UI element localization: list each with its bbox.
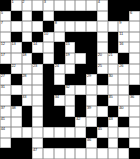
cell-r8c6[interactable] xyxy=(54,74,65,85)
cell-r5c4[interactable]: 14 xyxy=(32,42,43,53)
clue-number: 39 xyxy=(87,106,91,111)
cell-r9c9[interactable] xyxy=(86,85,97,96)
cell-r6c3[interactable]: 18 xyxy=(22,53,33,64)
cell-r15c8[interactable] xyxy=(75,148,86,159)
cell-r7c6[interactable]: 24 xyxy=(54,64,65,75)
block-cell-r12c7 xyxy=(65,117,76,128)
cell-r4c3[interactable] xyxy=(22,32,33,43)
block-cell-r12c6 xyxy=(54,117,65,128)
cell-r11c13[interactable] xyxy=(129,106,140,117)
cell-r15c11[interactable] xyxy=(108,148,119,159)
clue-number: 37 xyxy=(1,106,5,111)
block-cell-r4c8 xyxy=(75,32,86,43)
cell-r7c7[interactable] xyxy=(65,64,76,75)
cell-r3c8[interactable] xyxy=(75,21,86,32)
cell-r8c12[interactable] xyxy=(118,74,129,85)
block-cell-r1c1 xyxy=(0,0,11,11)
block-cell-r10c8 xyxy=(75,95,86,106)
cell-r13c1[interactable]: 44 xyxy=(0,127,11,138)
cell-r10c4[interactable] xyxy=(32,95,43,106)
cell-r4c5[interactable]: 10 xyxy=(43,32,54,43)
cell-r7c13[interactable] xyxy=(129,64,140,75)
clue-number: 45 xyxy=(98,127,102,132)
cell-r10c3[interactable]: 33 xyxy=(22,95,33,106)
clue-number: 29 xyxy=(87,74,91,79)
cell-r9c10[interactable] xyxy=(97,85,108,96)
cell-r15c9[interactable] xyxy=(86,148,97,159)
clue-number: 17 xyxy=(1,53,5,58)
block-cell-r8c10 xyxy=(97,74,108,85)
cell-r13c6[interactable] xyxy=(54,127,65,138)
cell-r13c13[interactable] xyxy=(129,127,140,138)
cell-r15c7[interactable] xyxy=(65,148,76,159)
cell-r13c2[interactable] xyxy=(11,127,22,138)
block-cell-r7c8 xyxy=(75,64,86,75)
cell-r14c1[interactable] xyxy=(0,138,11,149)
clue-number: 15 xyxy=(65,42,69,47)
cell-r12c4[interactable] xyxy=(32,117,43,128)
clue-number: 38 xyxy=(12,106,16,111)
cell-r11c9[interactable]: 39 xyxy=(86,106,97,117)
clue-number: 5 xyxy=(1,11,3,16)
cell-r1c2[interactable]: 1 xyxy=(11,0,22,11)
cell-r6c8[interactable] xyxy=(75,53,86,64)
cell-r13c11[interactable] xyxy=(108,127,119,138)
cell-r13c5[interactable] xyxy=(43,127,54,138)
cell-r1c9[interactable] xyxy=(86,0,97,11)
block-cell-r11c8 xyxy=(75,106,86,117)
cell-r1c7[interactable] xyxy=(65,0,76,11)
cell-r9c4[interactable] xyxy=(32,85,43,96)
clue-number: 28 xyxy=(22,74,26,79)
block-cell-r6c9 xyxy=(86,53,97,64)
cell-r7c2[interactable]: 22 xyxy=(11,64,22,75)
cell-r5c13[interactable] xyxy=(129,42,140,53)
block-cell-r8c2 xyxy=(11,74,22,85)
clue-number: 34 xyxy=(55,95,59,100)
clue-number: 6 xyxy=(130,11,132,16)
clue-number: 3 xyxy=(44,0,46,5)
block-cell-r6c4 xyxy=(32,53,43,64)
cell-r6c2[interactable] xyxy=(11,53,22,64)
cell-r6c13[interactable] xyxy=(129,53,140,64)
cell-r3c11[interactable] xyxy=(108,21,119,32)
cell-r4c13[interactable] xyxy=(129,32,140,43)
cell-r1c6[interactable] xyxy=(54,0,65,11)
cell-r8c3[interactable]: 28 xyxy=(22,74,33,85)
cell-r15c4[interactable]: 47 xyxy=(32,148,43,159)
cell-r12c8[interactable]: 42 xyxy=(75,117,86,128)
block-cell-r5c6 xyxy=(54,42,65,53)
block-cell-r2c4 xyxy=(32,11,43,22)
cell-r2c5[interactable] xyxy=(43,11,54,22)
block-cell-r14c12 xyxy=(118,138,129,149)
clue-number: 47 xyxy=(33,148,37,153)
clue-number: 46 xyxy=(87,138,91,143)
block-cell-r11c5 xyxy=(43,106,54,117)
block-cell-r10c10 xyxy=(97,95,108,106)
cell-r3c13[interactable] xyxy=(129,21,140,32)
clue-number: 43 xyxy=(108,117,112,122)
clue-number: 22 xyxy=(12,64,16,69)
block-cell-r2c7 xyxy=(65,11,76,22)
cell-r7c4[interactable]: 23 xyxy=(32,64,43,75)
cell-r14c13[interactable] xyxy=(129,138,140,149)
block-cell-r6c6 xyxy=(54,53,65,64)
cell-r13c3[interactable] xyxy=(22,127,33,138)
clue-number: 31 xyxy=(1,85,5,90)
cell-r1c3[interactable]: 2 xyxy=(22,0,33,11)
clue-number: 36 xyxy=(130,95,134,100)
cell-r6c5[interactable] xyxy=(43,53,54,64)
cell-r7c12[interactable]: 26 xyxy=(118,64,129,75)
cell-r2c13[interactable]: 6 xyxy=(129,11,140,22)
cell-r12c11[interactable]: 43 xyxy=(108,117,119,128)
clue-number: 13 xyxy=(12,42,16,47)
clue-number: 12 xyxy=(1,42,5,47)
block-cell-r8c5 xyxy=(43,74,54,85)
block-cell-r15c1 xyxy=(0,148,11,159)
cell-r8c13[interactable] xyxy=(129,74,140,85)
cell-r3c3[interactable] xyxy=(22,21,33,32)
cell-r8c4[interactable] xyxy=(32,74,43,85)
clue-number: 24 xyxy=(55,64,59,69)
block-cell-r15c2 xyxy=(11,148,22,159)
cell-r11c7[interactable] xyxy=(65,106,76,117)
block-cell-r6c12 xyxy=(118,53,129,64)
block-cell-r14c3 xyxy=(22,138,33,149)
clue-number: 42 xyxy=(76,117,80,122)
clue-number: 18 xyxy=(22,53,26,58)
clue-number: 23 xyxy=(33,64,37,69)
cell-r3c7[interactable] xyxy=(65,21,76,32)
cell-r1c8[interactable] xyxy=(75,0,86,11)
block-cell-r2c11 xyxy=(108,11,119,22)
cell-r8c9[interactable]: 29 xyxy=(86,74,97,85)
block-cell-r11c3 xyxy=(22,106,33,117)
cell-r6c11[interactable]: 21 xyxy=(108,53,119,64)
cell-r9c12[interactable] xyxy=(118,85,129,96)
cell-r13c8[interactable] xyxy=(75,127,86,138)
block-cell-r2c9 xyxy=(86,11,97,22)
clue-number: 41 xyxy=(1,117,5,122)
cell-r3c10[interactable] xyxy=(97,21,108,32)
cell-r10c7[interactable] xyxy=(65,95,76,106)
cell-r5c2[interactable]: 13 xyxy=(11,42,22,53)
clue-number: 25 xyxy=(98,64,102,69)
block-cell-r15c3 xyxy=(22,148,33,159)
cell-r13c7[interactable] xyxy=(65,127,76,138)
cell-r3c4[interactable] xyxy=(32,21,43,32)
block-cell-r4c11 xyxy=(108,32,119,43)
block-cell-r12c12 xyxy=(118,117,129,128)
block-cell-r14c2 xyxy=(11,138,22,149)
block-cell-r14c5 xyxy=(43,138,54,149)
cell-r11c1[interactable]: 37 xyxy=(0,106,11,117)
clue-number: 2 xyxy=(22,0,24,5)
cell-r15c6[interactable] xyxy=(54,148,65,159)
clue-number: 10 xyxy=(44,32,48,37)
block-cell-r11c6 xyxy=(54,106,65,117)
cell-r2c10[interactable] xyxy=(97,11,108,22)
cell-r12c9[interactable] xyxy=(86,117,97,128)
cell-r6c7[interactable]: 19 xyxy=(65,53,76,64)
block-cell-r12c5 xyxy=(43,117,54,128)
block-cell-r15c13 xyxy=(129,148,140,159)
cell-r11c2[interactable]: 38 xyxy=(11,106,22,117)
clue-number: 27 xyxy=(1,74,5,79)
clue-number: 26 xyxy=(119,64,123,69)
clue-number: 9 xyxy=(119,21,121,26)
cell-r6c1[interactable]: 17 xyxy=(0,53,11,64)
cell-r10c13[interactable]: 36 xyxy=(129,95,140,106)
cell-r9c1[interactable]: 31 xyxy=(0,85,11,96)
cell-r2c3[interactable] xyxy=(22,11,33,22)
cell-r4c6[interactable] xyxy=(54,32,65,43)
cell-r10c11[interactable]: 35 xyxy=(108,95,119,106)
cell-r11c12[interactable]: 40 xyxy=(118,106,129,117)
cell-r14c9[interactable]: 46 xyxy=(86,138,97,149)
cell-r9c7[interactable]: 32 xyxy=(65,85,76,96)
block-cell-r2c2 xyxy=(11,11,22,22)
block-cell-r10c5 xyxy=(43,95,54,106)
clue-number: 11 xyxy=(119,32,123,37)
cell-r11c10[interactable] xyxy=(97,106,108,117)
block-cell-r12c3 xyxy=(22,117,33,128)
cell-r7c10[interactable]: 25 xyxy=(97,64,108,75)
clue-number: 35 xyxy=(108,95,112,100)
block-cell-r1c13 xyxy=(129,0,140,11)
clue-number: 32 xyxy=(65,85,69,90)
clue-number: 1 xyxy=(12,0,14,5)
cell-r1c10[interactable]: 4 xyxy=(97,0,108,11)
cell-r3c1[interactable]: 7 xyxy=(0,21,11,32)
clue-number: 8 xyxy=(55,21,57,26)
block-cell-r14c8 xyxy=(75,138,86,149)
block-cell-r5c9 xyxy=(86,42,97,53)
cell-r13c10[interactable]: 45 xyxy=(97,127,108,138)
cell-r15c12[interactable] xyxy=(118,148,129,159)
clue-number: 40 xyxy=(119,106,123,111)
clue-number: 16 xyxy=(119,42,123,47)
clue-number: 19 xyxy=(65,53,69,58)
block-cell-r4c9 xyxy=(86,32,97,43)
block-cell-r1c11 xyxy=(108,0,119,11)
block-cell-r8c8 xyxy=(75,74,86,85)
cell-r12c13[interactable] xyxy=(129,117,140,128)
crossword-grid: 1234567891011121314151617181920212223242… xyxy=(0,0,140,159)
cell-r3c9[interactable] xyxy=(86,21,97,32)
cell-r5c12[interactable]: 16 xyxy=(118,42,129,53)
cell-r1c4[interactable] xyxy=(32,0,43,11)
cell-r5c5[interactable] xyxy=(43,42,54,53)
block-cell-r14c7 xyxy=(65,138,76,149)
cell-r1c5[interactable]: 3 xyxy=(43,0,54,11)
clue-number: 44 xyxy=(1,127,5,132)
block-cell-r9c5 xyxy=(43,85,54,96)
clue-number: 21 xyxy=(108,53,112,58)
block-cell-r5c8 xyxy=(75,42,86,53)
cell-r15c10[interactable] xyxy=(97,148,108,159)
clue-number: 20 xyxy=(98,53,102,58)
clue-number: 7 xyxy=(1,21,3,26)
block-cell-r1c12 xyxy=(118,0,129,11)
cell-r11c4[interactable] xyxy=(32,106,43,117)
clue-number: 33 xyxy=(22,95,26,100)
block-cell-r14c10 xyxy=(97,138,108,149)
clue-number: 30 xyxy=(108,74,112,79)
cell-r8c11[interactable]: 30 xyxy=(108,74,119,85)
cell-r9c2[interactable] xyxy=(11,85,22,96)
cell-r3c6[interactable]: 8 xyxy=(54,21,65,32)
block-cell-r14c6 xyxy=(54,138,65,149)
block-cell-r7c5 xyxy=(43,64,54,75)
cell-r12c2[interactable] xyxy=(11,117,22,128)
cell-r15c5[interactable] xyxy=(43,148,54,159)
block-cell-r2c8 xyxy=(75,11,86,22)
cell-r4c10[interactable] xyxy=(97,32,108,43)
cell-r14c11[interactable] xyxy=(108,138,119,149)
cell-r10c6[interactable]: 34 xyxy=(54,95,65,106)
cell-r3c2[interactable] xyxy=(11,21,22,32)
clue-number: 14 xyxy=(33,42,37,47)
block-cell-r11c11 xyxy=(108,106,119,117)
cell-r13c4[interactable] xyxy=(32,127,43,138)
cell-r13c12[interactable] xyxy=(118,127,129,138)
cell-r9c8[interactable] xyxy=(75,85,86,96)
clue-number: 4 xyxy=(98,0,100,5)
cell-r6c10[interactable]: 20 xyxy=(97,53,108,64)
